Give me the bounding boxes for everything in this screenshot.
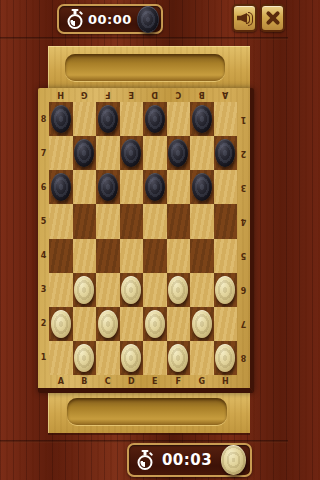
rank-label: 8 bbox=[38, 102, 49, 136]
board-square[interactable] bbox=[49, 239, 73, 273]
file-label: B bbox=[73, 375, 97, 388]
board-square[interactable] bbox=[167, 204, 191, 238]
tray-groove bbox=[67, 398, 227, 425]
board-square[interactable] bbox=[143, 239, 167, 273]
board-square[interactable] bbox=[143, 204, 167, 238]
board-square[interactable] bbox=[73, 239, 97, 273]
file-label: G bbox=[190, 375, 214, 388]
checker-piece-white[interactable] bbox=[215, 276, 235, 304]
rank-label: 4 bbox=[237, 204, 250, 238]
stopwatch-icon bbox=[67, 9, 83, 29]
board-square[interactable] bbox=[120, 102, 144, 136]
board-square[interactable] bbox=[143, 136, 167, 170]
file-label: B bbox=[190, 88, 214, 102]
board-square[interactable] bbox=[73, 341, 97, 375]
rank-label: 5 bbox=[38, 204, 49, 238]
rank-label: 3 bbox=[38, 273, 49, 307]
file-label: A bbox=[214, 88, 238, 102]
board-square[interactable] bbox=[96, 136, 120, 170]
file-label: H bbox=[49, 88, 73, 102]
board-square[interactable] bbox=[214, 136, 238, 170]
file-label: G bbox=[73, 88, 97, 102]
rank-label: 1 bbox=[237, 102, 250, 136]
tray-groove bbox=[65, 54, 225, 81]
board-square[interactable] bbox=[120, 341, 144, 375]
sound-button[interactable] bbox=[232, 4, 257, 32]
board-square[interactable] bbox=[73, 307, 97, 341]
board-square[interactable] bbox=[214, 239, 238, 273]
rank-labels-left: 87654321 bbox=[38, 102, 49, 375]
captured-pieces-tray-bottom bbox=[48, 390, 250, 433]
close-button[interactable] bbox=[260, 4, 285, 32]
board-square[interactable] bbox=[143, 273, 167, 307]
checker-piece-black[interactable] bbox=[215, 139, 235, 167]
board-square[interactable] bbox=[190, 204, 214, 238]
board-square[interactable] bbox=[167, 239, 191, 273]
checker-piece-black[interactable] bbox=[121, 139, 141, 167]
board-square[interactable] bbox=[214, 341, 238, 375]
checker-piece-white[interactable] bbox=[74, 276, 94, 304]
file-label: A bbox=[49, 375, 73, 388]
file-label: D bbox=[143, 88, 167, 102]
checker-piece-white[interactable] bbox=[121, 276, 141, 304]
board-square[interactable] bbox=[49, 273, 73, 307]
rank-label: 5 bbox=[237, 239, 250, 273]
captured-pieces-tray-top bbox=[48, 46, 250, 89]
board-square[interactable] bbox=[49, 307, 73, 341]
board-square[interactable] bbox=[167, 307, 191, 341]
board-square[interactable] bbox=[49, 170, 73, 204]
board-square[interactable] bbox=[214, 170, 238, 204]
board-square[interactable] bbox=[120, 273, 144, 307]
rank-label: 3 bbox=[237, 170, 250, 204]
board-square[interactable] bbox=[49, 204, 73, 238]
board-square[interactable] bbox=[214, 307, 238, 341]
board-square[interactable] bbox=[167, 136, 191, 170]
checker-piece-black[interactable] bbox=[192, 105, 212, 133]
rank-label: 7 bbox=[237, 307, 250, 341]
board-square[interactable] bbox=[49, 102, 73, 136]
checker-piece-black[interactable] bbox=[51, 173, 71, 201]
checker-piece-white[interactable] bbox=[74, 344, 94, 372]
board-squares bbox=[49, 102, 237, 375]
x-icon bbox=[264, 10, 281, 27]
file-label: C bbox=[167, 88, 191, 102]
board-square[interactable] bbox=[214, 204, 238, 238]
checker-piece-white[interactable] bbox=[192, 310, 212, 338]
checker-piece-black[interactable] bbox=[51, 105, 71, 133]
board-square[interactable] bbox=[96, 102, 120, 136]
board-square[interactable] bbox=[120, 170, 144, 204]
file-label: C bbox=[96, 375, 120, 388]
board-square[interactable] bbox=[143, 170, 167, 204]
board-square[interactable] bbox=[120, 136, 144, 170]
file-label: E bbox=[143, 375, 167, 388]
checker-piece-black[interactable] bbox=[192, 173, 212, 201]
file-label: H bbox=[214, 375, 238, 388]
board-square[interactable] bbox=[167, 102, 191, 136]
board-square[interactable] bbox=[96, 239, 120, 273]
file-labels-top: ABCDEFGH bbox=[49, 88, 237, 102]
board-square[interactable] bbox=[96, 307, 120, 341]
board-square[interactable] bbox=[167, 341, 191, 375]
rank-label: 2 bbox=[38, 307, 49, 341]
board-square[interactable] bbox=[190, 170, 214, 204]
board-square[interactable] bbox=[190, 307, 214, 341]
board-square[interactable] bbox=[143, 307, 167, 341]
checker-piece-white[interactable] bbox=[98, 310, 118, 338]
game-board: ABCDEFGH 87654321 87654321 ABCDEFGH bbox=[38, 88, 254, 393]
checker-piece-black[interactable] bbox=[74, 139, 94, 167]
board-square[interactable] bbox=[120, 307, 144, 341]
file-label: F bbox=[167, 375, 191, 388]
checker-piece-black[interactable] bbox=[168, 139, 188, 167]
rank-labels-right: 87654321 bbox=[237, 102, 250, 375]
board-square[interactable] bbox=[73, 136, 97, 170]
board-square[interactable] bbox=[143, 102, 167, 136]
board-square[interactable] bbox=[49, 136, 73, 170]
board-square[interactable] bbox=[73, 170, 97, 204]
white-timer-panel: 00:03 bbox=[127, 443, 252, 477]
rank-label: 2 bbox=[237, 136, 250, 170]
white-player-piece-indicator bbox=[221, 445, 246, 475]
board-square[interactable] bbox=[73, 204, 97, 238]
stopwatch-icon bbox=[137, 450, 153, 470]
checkers-app: { "game": "checkers", "description": "En… bbox=[0, 0, 288, 480]
board-square[interactable] bbox=[190, 136, 214, 170]
file-label: E bbox=[120, 88, 144, 102]
checker-piece-white[interactable] bbox=[168, 276, 188, 304]
board-square[interactable] bbox=[120, 204, 144, 238]
board-square[interactable] bbox=[167, 273, 191, 307]
checker-piece-white[interactable] bbox=[215, 344, 235, 372]
rank-label: 7 bbox=[38, 136, 49, 170]
file-label: F bbox=[96, 88, 120, 102]
checker-piece-white[interactable] bbox=[51, 310, 71, 338]
board-square[interactable] bbox=[214, 102, 238, 136]
board-square[interactable] bbox=[190, 273, 214, 307]
board-square[interactable] bbox=[167, 170, 191, 204]
white-timer-value: 00:03 bbox=[158, 451, 216, 469]
rank-label: 1 bbox=[38, 341, 49, 375]
checker-piece-black[interactable] bbox=[145, 105, 165, 133]
rank-label: 6 bbox=[38, 170, 49, 204]
black-player-piece-indicator bbox=[137, 6, 159, 33]
board-square[interactable] bbox=[143, 341, 167, 375]
checker-piece-black[interactable] bbox=[98, 105, 118, 133]
board-square[interactable] bbox=[96, 204, 120, 238]
board-square[interactable] bbox=[214, 273, 238, 307]
file-labels-bottom: ABCDEFGH bbox=[49, 375, 237, 388]
board-square[interactable] bbox=[73, 273, 97, 307]
board-square[interactable] bbox=[96, 341, 120, 375]
board-square[interactable] bbox=[190, 239, 214, 273]
rank-label: 4 bbox=[38, 239, 49, 273]
checker-piece-black[interactable] bbox=[98, 173, 118, 201]
file-label: D bbox=[120, 375, 144, 388]
rank-label: 6 bbox=[237, 273, 250, 307]
board-square[interactable] bbox=[73, 102, 97, 136]
wood-plank-seam bbox=[0, 37, 288, 40]
black-timer-value: 00:00 bbox=[88, 12, 132, 27]
board-square[interactable] bbox=[190, 102, 214, 136]
checker-piece-white[interactable] bbox=[121, 344, 141, 372]
board-square[interactable] bbox=[190, 341, 214, 375]
rank-label: 8 bbox=[237, 341, 250, 375]
checker-piece-white[interactable] bbox=[168, 344, 188, 372]
board-square[interactable] bbox=[120, 239, 144, 273]
speaker-icon bbox=[236, 10, 253, 26]
board-square[interactable] bbox=[49, 341, 73, 375]
board-square[interactable] bbox=[96, 273, 120, 307]
checker-piece-white[interactable] bbox=[145, 310, 165, 338]
checker-piece-black[interactable] bbox=[145, 173, 165, 201]
board-square[interactable] bbox=[96, 170, 120, 204]
black-timer-panel: 00:00 bbox=[57, 4, 163, 34]
